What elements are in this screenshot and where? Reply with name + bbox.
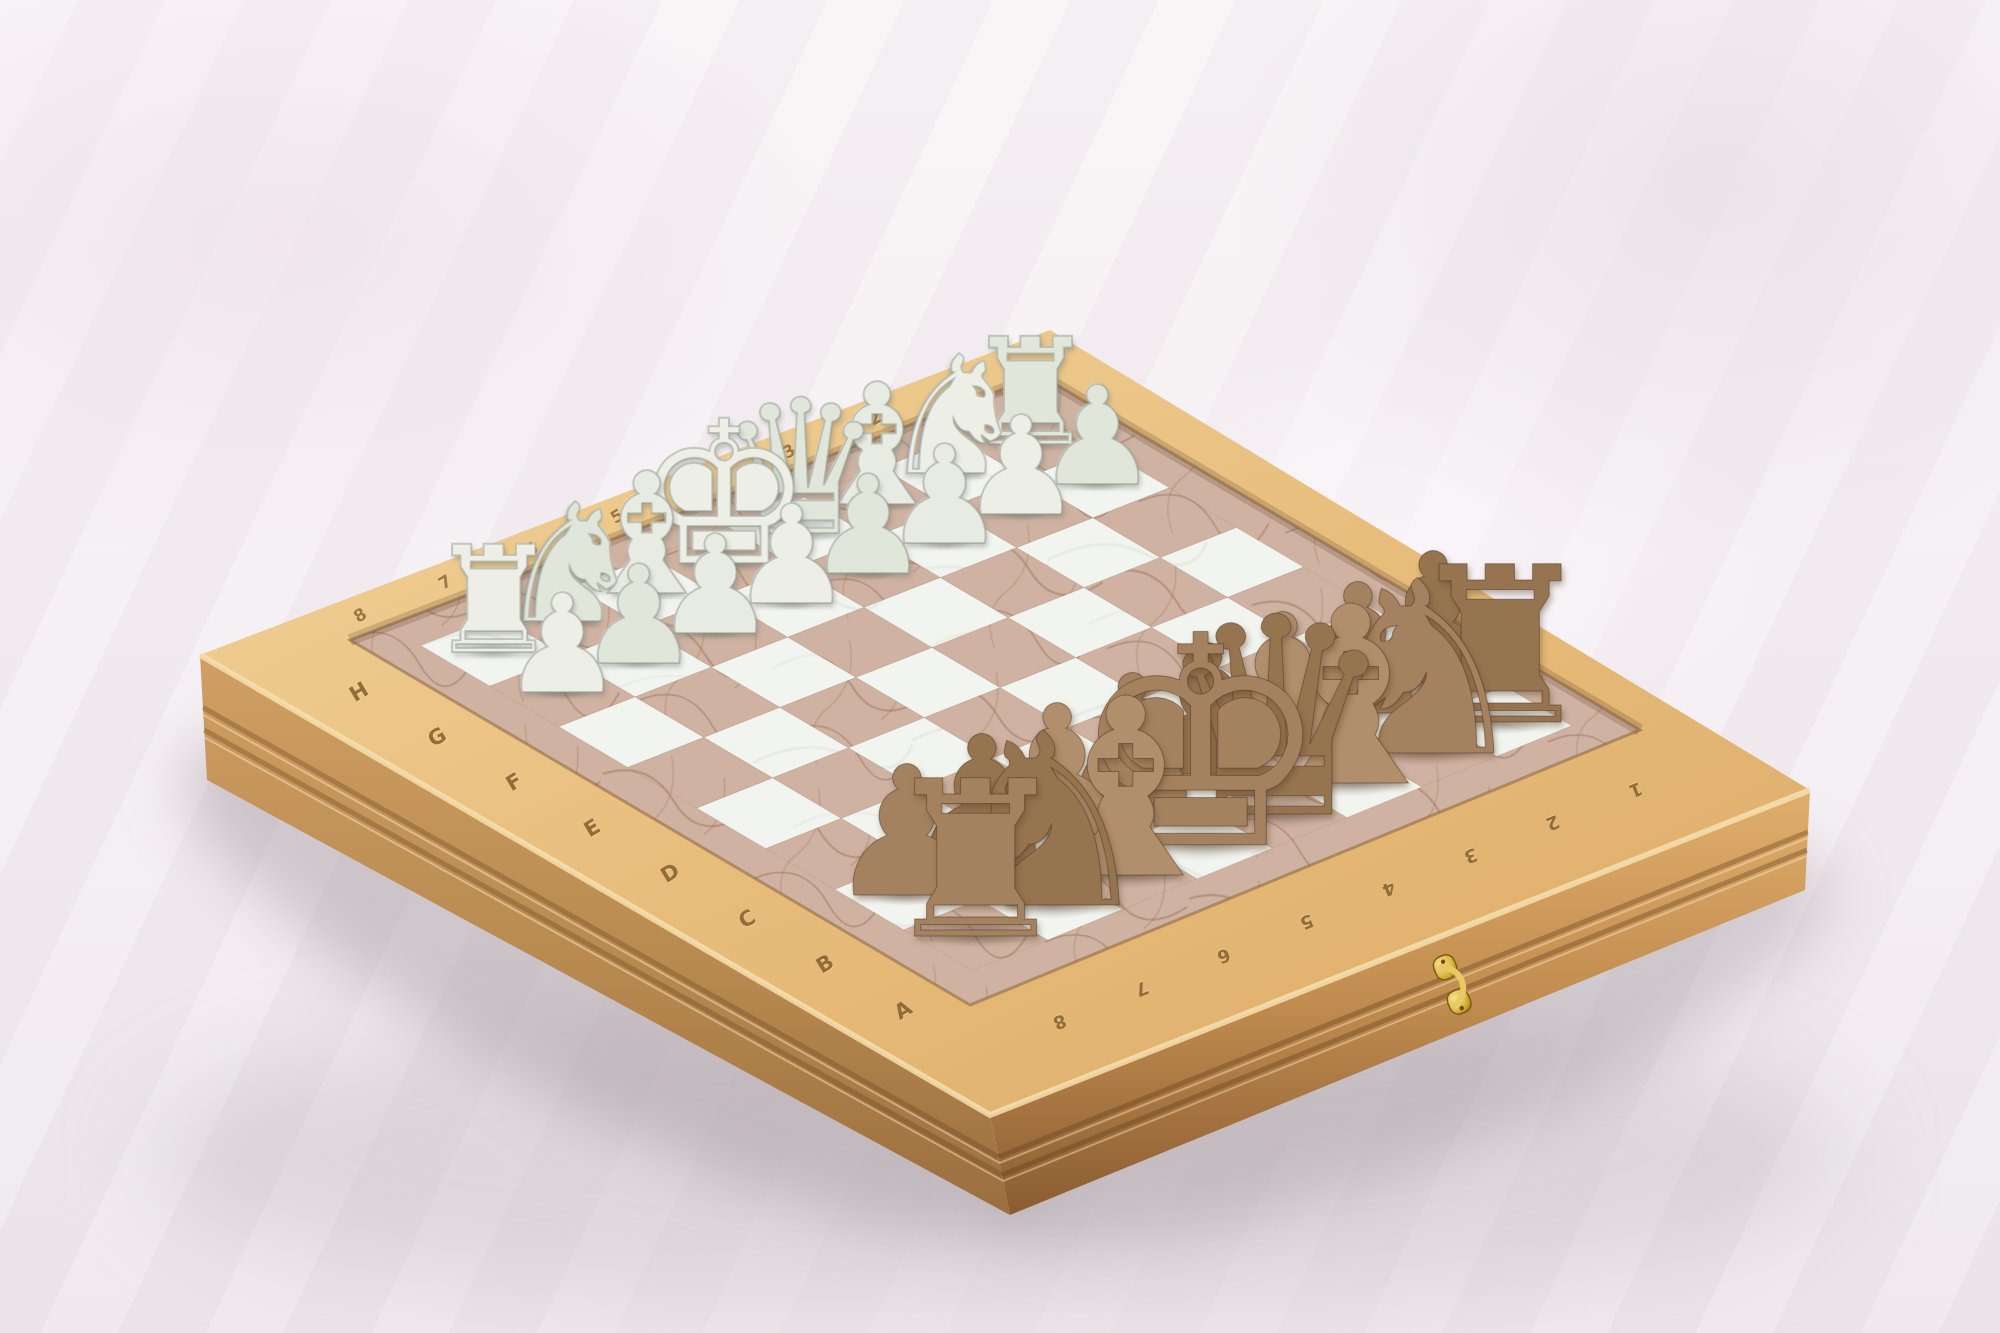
brown-rook[interactable]: ♜ bbox=[878, 753, 1073, 970]
white-pawn[interactable]: ♟ bbox=[501, 576, 624, 713]
scene: ABCDEFGH8877665544332211♜♞♝♚♛♝♞♜♟♟♟♟♟♟♟♟… bbox=[0, 0, 2000, 1333]
